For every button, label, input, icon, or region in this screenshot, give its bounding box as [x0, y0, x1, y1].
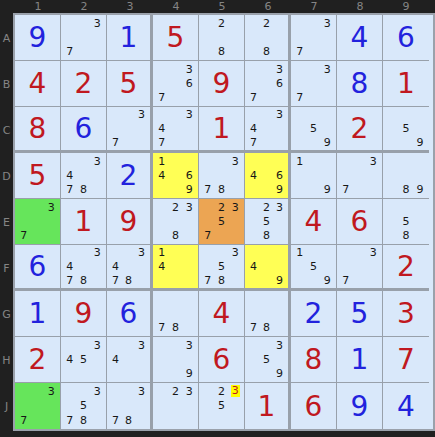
pencil-marks: 378	[199, 153, 244, 198]
cell-B2[interactable]: 2	[61, 61, 107, 107]
col-label-2: 2	[61, 0, 107, 13]
candidate-3: 3	[366, 246, 380, 260]
candidate-5: 5	[399, 122, 413, 136]
candidate-2: 2	[215, 200, 229, 214]
cell-B5[interactable]: 9	[199, 61, 245, 107]
pencil-marks: 159	[291, 245, 336, 288]
pencil-marks: 367	[153, 61, 198, 106]
candidate-3: 3	[90, 16, 104, 30]
candidate-3: 3	[273, 108, 286, 122]
candidate-9: 9	[320, 183, 334, 197]
candidate-4: 4	[155, 168, 169, 182]
pencil-marks: 58	[383, 199, 429, 244]
candidate-3: 3	[320, 16, 334, 30]
cell-D8[interactable]: 37	[337, 153, 383, 199]
candidate-7: 7	[109, 135, 122, 149]
pencil-marks: 2358	[245, 199, 288, 244]
cell-C8[interactable]: 2	[337, 107, 383, 153]
candidate-2: 2	[215, 384, 229, 399]
cell-value: 4	[337, 15, 382, 60]
pencil-marks: 367	[245, 61, 288, 106]
candidate-5: 5	[215, 260, 229, 274]
candidate-9: 9	[320, 273, 334, 287]
candidate-7: 7	[201, 273, 215, 287]
pencil-marks: 37	[15, 383, 60, 429]
cell-A7[interactable]: 37	[291, 15, 337, 61]
candidate-9: 9	[182, 183, 196, 197]
cell-value: 5	[153, 15, 198, 60]
candidate-4: 4	[155, 122, 169, 136]
candidate-9: 9	[182, 367, 196, 381]
cell-value: 9	[337, 383, 382, 429]
cell-value: 2	[337, 107, 382, 150]
cell-J9[interactable]: 4	[383, 383, 429, 429]
cell-B8[interactable]: 8	[337, 61, 383, 107]
candidate-8: 8	[260, 229, 273, 243]
pencil-marks: 359	[245, 337, 288, 382]
cell-H1[interactable]: 2	[15, 337, 61, 383]
candidate-5: 5	[307, 122, 321, 136]
pencil-marks: 3478	[61, 245, 106, 288]
cell-E1[interactable]: 37	[15, 199, 61, 245]
candidate-7: 7	[293, 91, 307, 105]
cell-F5[interactable]: 3578	[199, 245, 245, 291]
candidate-3: 3	[182, 108, 196, 122]
cell-value: 8	[337, 61, 382, 106]
cell-F1[interactable]: 6	[15, 245, 61, 291]
candidate-4: 4	[63, 352, 77, 366]
candidate-3: 3	[182, 62, 196, 76]
candidate-7: 7	[247, 321, 260, 335]
candidate-8: 8	[77, 413, 91, 428]
row-label-C: C	[3, 107, 11, 153]
row-label-D: D	[2, 153, 10, 199]
pencil-marks: 78	[245, 291, 288, 336]
pencil-marks: 347	[245, 107, 288, 150]
cell-J7[interactable]: 6	[291, 383, 337, 429]
candidate-8: 8	[77, 273, 91, 287]
candidate-3: 3	[135, 108, 148, 122]
candidate-7: 7	[63, 183, 77, 197]
candidate-7: 7	[17, 413, 31, 428]
pencil-marks: 49	[245, 245, 288, 288]
cell-value: 6	[107, 291, 150, 336]
cell-A6[interactable]: 28	[245, 15, 291, 61]
cell-value: 3	[383, 291, 429, 336]
candidate-8: 8	[215, 45, 229, 59]
cell-E5[interactable]: 2357	[199, 199, 245, 245]
cell-value: 2	[61, 61, 106, 106]
candidate-9: 9	[413, 183, 427, 197]
row-label-J: J	[5, 383, 8, 429]
candidate-9: 9	[413, 135, 427, 149]
cell-G7[interactable]: 2	[291, 291, 337, 337]
candidate-8: 8	[169, 321, 183, 335]
candidate-8: 8	[169, 229, 183, 243]
cell-value: 1	[245, 383, 288, 429]
cell-C5[interactable]: 1	[199, 107, 245, 153]
col-label-4: 4	[153, 0, 199, 13]
candidate-8: 8	[122, 273, 135, 287]
candidate-2: 2	[260, 200, 273, 214]
candidate-4: 4	[63, 260, 77, 274]
pencil-marks: 235	[199, 383, 244, 429]
pencil-marks: 378	[107, 383, 150, 429]
row-label-E: E	[3, 199, 10, 245]
candidate-3: 3	[228, 154, 242, 168]
cell-value: 6	[291, 383, 336, 429]
cell-H5[interactable]: 6	[199, 337, 245, 383]
candidate-3: 3	[90, 384, 104, 399]
candidate-3: 3	[90, 338, 104, 352]
cell-J4[interactable]: 23	[153, 383, 199, 429]
cell-J3[interactable]: 378	[107, 383, 153, 429]
candidate-3: 3	[90, 246, 104, 260]
candidate-5: 5	[307, 260, 321, 274]
candidate-7: 7	[293, 45, 307, 59]
cell-value: 1	[337, 337, 382, 382]
candidate-3: 3	[273, 338, 286, 352]
candidate-5: 5	[77, 352, 91, 366]
cell-B7[interactable]: 37	[291, 61, 337, 107]
candidate-2: 2	[169, 384, 183, 399]
cell-B9[interactable]: 1	[383, 61, 429, 107]
candidate-6: 6	[182, 168, 196, 182]
cell-value: 9	[107, 199, 150, 244]
board-corner	[0, 0, 13, 13]
cell-J1[interactable]: 37	[15, 383, 61, 429]
candidate-1: 1	[293, 154, 307, 168]
candidate-6: 6	[273, 76, 286, 90]
candidate-3: 3	[182, 338, 196, 352]
candidate-7: 7	[63, 413, 77, 428]
cell-value: 1	[107, 15, 150, 60]
cell-D5[interactable]: 378	[199, 153, 245, 199]
candidate-5: 5	[260, 352, 273, 366]
cell-value: 5	[107, 61, 150, 106]
cell-C3[interactable]: 37	[107, 107, 153, 153]
candidate-8: 8	[122, 413, 135, 428]
col-label-7: 7	[291, 0, 337, 13]
cell-B3[interactable]: 5	[107, 61, 153, 107]
candidate-7: 7	[155, 135, 169, 149]
cell-E8[interactable]: 6	[337, 199, 383, 245]
candidate-8: 8	[77, 183, 91, 197]
candidate-9: 9	[273, 183, 286, 197]
cell-H7[interactable]: 8	[291, 337, 337, 383]
candidate-6: 6	[273, 168, 286, 182]
pencil-marks: 345	[61, 337, 106, 382]
cell-value: 4	[199, 291, 244, 336]
cell-value: 6	[199, 337, 244, 382]
candidate-8: 8	[260, 45, 273, 59]
cell-C4[interactable]: 347	[153, 107, 199, 153]
cell-E6[interactable]: 2358	[245, 199, 291, 245]
col-label-6: 6	[245, 0, 291, 13]
candidate-5: 5	[215, 214, 229, 228]
cell-E4[interactable]: 238	[153, 199, 199, 245]
candidate-7: 7	[247, 91, 260, 105]
candidate-7: 7	[109, 413, 122, 428]
cell-D4[interactable]: 1469	[153, 153, 199, 199]
candidate-3: 3	[366, 154, 380, 168]
cell-value: 8	[15, 107, 60, 150]
cell-D2[interactable]: 3478	[61, 153, 107, 199]
row-labels: ABCDEFGHJ	[0, 15, 13, 431]
cell-G6[interactable]: 78	[245, 291, 291, 337]
candidate-3: 3	[135, 246, 148, 260]
cell-A2[interactable]: 37	[61, 15, 107, 61]
candidate-3: 3	[44, 384, 58, 399]
cell-value: 5	[15, 153, 60, 198]
cell-D3[interactable]: 2	[107, 153, 153, 199]
candidate-7: 7	[201, 229, 215, 243]
candidate-7: 7	[247, 135, 260, 149]
row-label-H: H	[2, 337, 10, 383]
pencil-marks: 34	[107, 337, 150, 382]
pencil-marks: 37	[291, 61, 336, 106]
cell-J2[interactable]: 3578	[61, 383, 107, 429]
candidate-7: 7	[17, 229, 31, 243]
cell-H8[interactable]: 1	[337, 337, 383, 383]
candidate-9: 9	[273, 367, 286, 381]
candidate-1: 1	[155, 154, 169, 168]
candidate-3: 3	[228, 384, 242, 399]
cell-H4[interactable]: 39	[153, 337, 199, 383]
cell-F7[interactable]: 159	[291, 245, 337, 291]
cell-value: 9	[15, 15, 60, 60]
candidate-3: 3	[228, 200, 242, 214]
cell-J6[interactable]: 1	[245, 383, 291, 429]
cell-value: 1	[61, 199, 106, 244]
cell-value: 2	[15, 337, 60, 382]
pencil-marks: 1469	[153, 153, 198, 198]
row-label-F: F	[3, 245, 9, 291]
candidate-7: 7	[155, 321, 169, 335]
pencil-marks: 238	[153, 199, 198, 244]
candidate-4: 4	[63, 168, 77, 182]
cell-G9[interactable]: 3	[383, 291, 429, 337]
candidate-4: 4	[247, 168, 260, 182]
candidate-4: 4	[247, 122, 260, 136]
cell-B6[interactable]: 367	[245, 61, 291, 107]
candidate-3: 3	[320, 62, 334, 76]
cell-E2[interactable]: 1	[61, 199, 107, 245]
cell-B4[interactable]: 367	[153, 61, 199, 107]
cell-value: 7	[383, 337, 429, 382]
pencil-marks: 78	[153, 291, 198, 336]
cell-D1[interactable]: 5	[15, 153, 61, 199]
candidate-3: 3	[273, 200, 286, 214]
candidate-5: 5	[260, 214, 273, 228]
cell-value: 6	[337, 199, 382, 244]
candidate-3: 3	[182, 200, 196, 214]
cell-value: 2	[107, 153, 150, 198]
candidate-9: 9	[320, 135, 334, 149]
candidate-4: 4	[155, 260, 169, 274]
candidate-7: 7	[155, 91, 169, 105]
cell-value: 4	[291, 199, 336, 244]
cell-value: 4	[15, 61, 60, 106]
pencil-marks: 3578	[199, 245, 244, 288]
candidate-3: 3	[182, 384, 196, 399]
pencil-marks: 347	[153, 107, 198, 150]
candidate-3: 3	[135, 384, 148, 399]
candidate-7: 7	[339, 183, 353, 197]
cell-F8[interactable]: 37	[337, 245, 383, 291]
candidate-8: 8	[215, 273, 229, 287]
cell-E7[interactable]: 4	[291, 199, 337, 245]
cell-A8[interactable]: 4	[337, 15, 383, 61]
pencil-marks: 59	[383, 107, 429, 150]
cell-C2[interactable]: 6	[61, 107, 107, 153]
cell-C6[interactable]: 347	[245, 107, 291, 153]
pencil-marks: 37	[61, 15, 106, 60]
cell-value: 6	[61, 107, 106, 150]
row-label-B: B	[3, 61, 11, 107]
candidate-8: 8	[260, 321, 273, 335]
cell-E3[interactable]: 9	[107, 199, 153, 245]
cell-H6[interactable]: 359	[245, 337, 291, 383]
cell-value: 1	[383, 61, 429, 106]
cell-H2[interactable]: 345	[61, 337, 107, 383]
candidate-5: 5	[215, 399, 229, 414]
pencil-marks: 14	[153, 245, 198, 288]
pencil-marks: 2357	[199, 199, 244, 244]
cell-H3[interactable]: 34	[107, 337, 153, 383]
cell-D7[interactable]: 19	[291, 153, 337, 199]
col-label-5: 5	[199, 0, 245, 13]
candidate-2: 2	[215, 16, 229, 30]
pencil-marks: 89	[383, 153, 429, 198]
candidate-7: 7	[63, 273, 77, 287]
cell-value: 9	[199, 61, 244, 106]
cell-J5[interactable]: 235	[199, 383, 245, 429]
cell-B1[interactable]: 4	[15, 61, 61, 107]
cell-value: 9	[61, 291, 106, 336]
col-label-1: 1	[15, 0, 61, 13]
cell-A3[interactable]: 1	[107, 15, 153, 61]
candidate-7: 7	[201, 183, 215, 197]
cell-D9[interactable]: 89	[383, 153, 429, 199]
cell-G8[interactable]: 5	[337, 291, 383, 337]
candidate-7: 7	[109, 273, 122, 287]
candidate-7: 7	[63, 45, 77, 59]
pencil-marks: 23	[153, 383, 198, 429]
col-label-3: 3	[107, 0, 153, 13]
sudoku-board: 123456789 ABCDEFGHJ 93715282837464253679…	[0, 0, 435, 431]
cell-C9[interactable]: 59	[383, 107, 429, 153]
pencil-marks: 3578	[61, 383, 106, 429]
pencil-marks: 19	[291, 153, 336, 198]
candidate-2: 2	[260, 16, 273, 30]
cell-F6[interactable]: 49	[245, 245, 291, 291]
pencil-marks: 28	[245, 15, 288, 60]
candidate-4: 4	[109, 352, 122, 366]
sudoku-grid: 9371528283746425367936737818637347134759…	[13, 13, 435, 431]
candidate-5: 5	[77, 399, 91, 414]
pencil-marks: 37	[15, 199, 60, 244]
candidate-9: 9	[273, 273, 286, 287]
pencil-marks: 3478	[107, 245, 150, 288]
candidate-3: 3	[44, 200, 58, 214]
cell-D6[interactable]: 469	[245, 153, 291, 199]
cell-value: 1	[199, 107, 244, 150]
cell-A9[interactable]: 6	[383, 15, 429, 61]
cell-G3[interactable]: 6	[107, 291, 153, 337]
cell-F9[interactable]: 2	[383, 245, 429, 291]
candidate-3: 3	[228, 246, 242, 260]
cell-G5[interactable]: 4	[199, 291, 245, 337]
row-label-A: A	[3, 15, 11, 61]
cell-A5[interactable]: 28	[199, 15, 245, 61]
cell-F2[interactable]: 3478	[61, 245, 107, 291]
col-label-9: 9	[383, 0, 429, 13]
cell-J8[interactable]: 9	[337, 383, 383, 429]
cell-value: 2	[291, 291, 336, 336]
pencil-marks: 28	[199, 15, 244, 60]
pencil-marks: 39	[153, 337, 198, 382]
pencil-marks: 37	[291, 15, 336, 60]
candidate-3: 3	[90, 154, 104, 168]
pencil-marks: 59	[291, 107, 336, 150]
pencil-marks: 469	[245, 153, 288, 198]
candidate-4: 4	[109, 260, 122, 274]
cell-value: 2	[383, 245, 429, 288]
candidate-3: 3	[273, 62, 286, 76]
cell-H9[interactable]: 7	[383, 337, 429, 383]
candidate-1: 1	[155, 246, 169, 260]
cell-E9[interactable]: 58	[383, 199, 429, 245]
cell-F4[interactable]: 14	[153, 245, 199, 291]
cell-A1[interactable]: 9	[15, 15, 61, 61]
cell-value: 8	[291, 337, 336, 382]
cell-value: 6	[15, 245, 60, 288]
column-labels: 123456789	[15, 0, 435, 13]
row-label-G: G	[2, 291, 11, 337]
candidate-8: 8	[399, 183, 413, 197]
cell-value: 6	[383, 15, 429, 60]
candidate-6: 6	[182, 76, 196, 90]
pencil-marks: 37	[107, 107, 150, 150]
candidate-4: 4	[247, 260, 260, 274]
cell-value: 5	[337, 291, 382, 336]
cell-value: 1	[15, 291, 60, 336]
candidate-7: 7	[339, 273, 353, 287]
cell-C7[interactable]: 59	[291, 107, 337, 153]
candidate-3: 3	[135, 338, 148, 352]
candidate-1: 1	[293, 246, 307, 260]
pencil-marks: 3478	[61, 153, 106, 198]
candidate-5: 5	[399, 214, 413, 228]
cell-value: 4	[383, 383, 429, 429]
candidate-8: 8	[215, 183, 229, 197]
cell-G1[interactable]: 1	[15, 291, 61, 337]
highlighted-candidate-3: 3	[231, 385, 240, 397]
candidate-2: 2	[169, 200, 183, 214]
pencil-marks: 37	[337, 153, 382, 198]
pencil-marks: 37	[337, 245, 382, 288]
cell-G2[interactable]: 9	[61, 291, 107, 337]
cell-A4[interactable]: 5	[153, 15, 199, 61]
cell-C1[interactable]: 8	[15, 107, 61, 153]
candidate-8: 8	[399, 229, 413, 243]
cell-G4[interactable]: 78	[153, 291, 199, 337]
col-label-8: 8	[337, 0, 383, 13]
cell-F3[interactable]: 3478	[107, 245, 153, 291]
